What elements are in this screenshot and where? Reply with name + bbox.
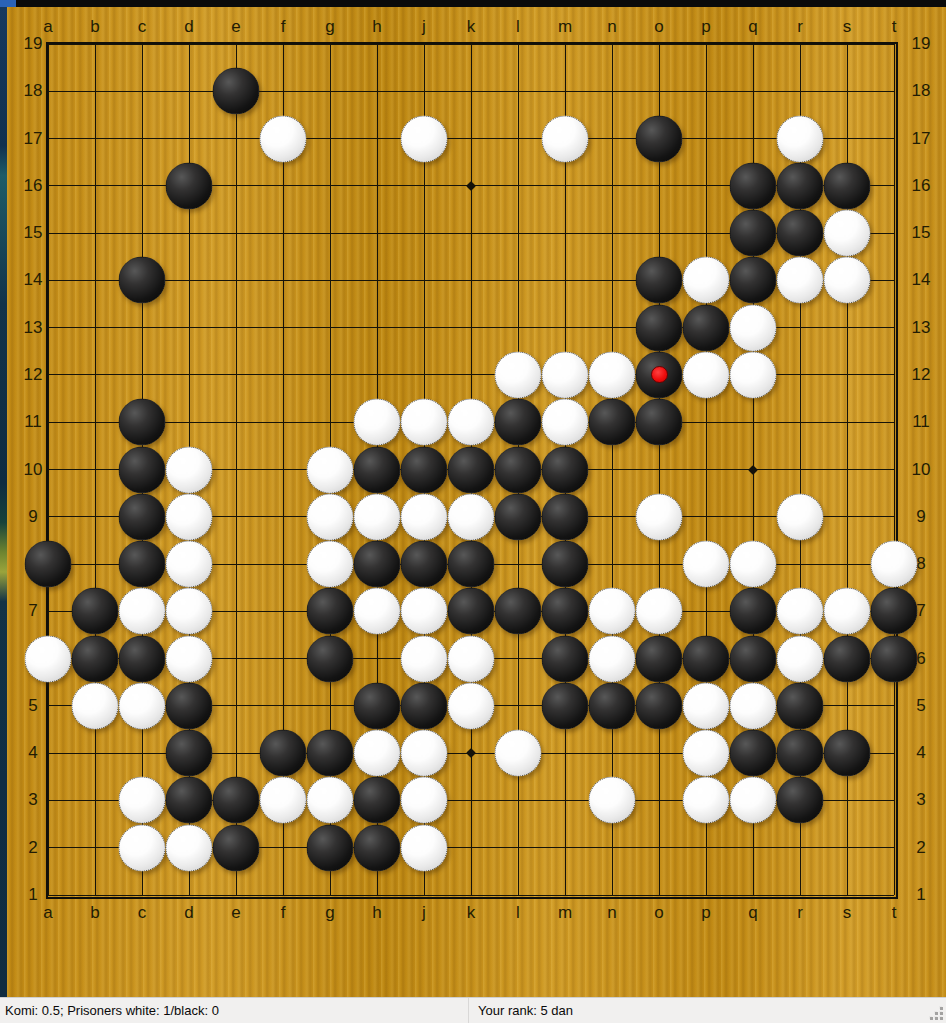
coord-label-left-1: 1 xyxy=(28,885,37,905)
coord-label-bottom-j: j xyxy=(422,903,426,923)
coord-label-top-l: l xyxy=(516,17,520,37)
white-stone-q12 xyxy=(730,351,777,398)
black-stone-l10 xyxy=(495,446,542,493)
coord-label-left-5: 5 xyxy=(28,696,37,716)
black-stone-m6 xyxy=(542,635,589,682)
coord-label-top-g: g xyxy=(325,17,334,37)
black-stone-s16 xyxy=(824,162,871,209)
coord-label-bottom-s: s xyxy=(843,903,852,923)
coord-label-top-h: h xyxy=(372,17,381,37)
white-stone-p12 xyxy=(683,351,730,398)
white-stone-g3 xyxy=(307,777,354,824)
goban[interactable]: aabbccddeeffgghhjjkkllmmnnooppqqrrsstt19… xyxy=(7,7,946,998)
black-stone-f4 xyxy=(260,730,307,777)
coord-label-bottom-h: h xyxy=(372,903,381,923)
black-stone-d5 xyxy=(166,682,213,729)
black-stone-c6 xyxy=(119,635,166,682)
coord-label-right-11: 11 xyxy=(912,412,930,432)
coord-label-left-13: 13 xyxy=(24,318,43,338)
background-window-left-strip xyxy=(0,7,7,998)
coord-label-bottom-r: r xyxy=(797,903,803,923)
background-window-top-strip xyxy=(0,0,946,7)
black-stone-l9 xyxy=(495,493,542,540)
coord-label-bottom-d: d xyxy=(184,903,193,923)
coord-label-right-16: 16 xyxy=(912,176,931,196)
black-stone-t6 xyxy=(871,635,918,682)
coord-label-top-k: k xyxy=(467,17,476,37)
white-stone-h4 xyxy=(354,730,401,777)
white-stone-p8 xyxy=(683,541,730,588)
black-stone-s4 xyxy=(824,730,871,777)
black-stone-n11 xyxy=(589,399,636,446)
black-stone-b6 xyxy=(72,635,119,682)
black-stone-t7 xyxy=(871,588,918,635)
white-stone-m11 xyxy=(542,399,589,446)
grip-dot xyxy=(930,1017,933,1020)
grip-dot xyxy=(940,1012,943,1015)
coord-label-bottom-g: g xyxy=(325,903,334,923)
white-stone-f3 xyxy=(260,777,307,824)
coord-label-right-18: 18 xyxy=(912,81,931,101)
white-stone-r17 xyxy=(777,115,824,162)
white-stone-j2 xyxy=(401,824,448,871)
white-stone-l4 xyxy=(495,730,542,777)
coord-label-top-j: j xyxy=(422,17,426,37)
status-komi-prisoners: Komi: 0.5; Prisoners white: 1/black: 0 xyxy=(0,1003,468,1018)
black-stone-c8 xyxy=(119,541,166,588)
black-stone-j5 xyxy=(401,682,448,729)
coord-label-right-8: 8 xyxy=(916,554,925,574)
white-stone-g8 xyxy=(307,541,354,588)
coord-label-left-19: 19 xyxy=(24,34,43,54)
white-stone-k6 xyxy=(448,635,495,682)
resize-grip-icon[interactable] xyxy=(930,1007,944,1021)
black-stone-s6 xyxy=(824,635,871,682)
grip-dot xyxy=(940,1007,943,1010)
white-stone-k11 xyxy=(448,399,495,446)
black-stone-d4 xyxy=(166,730,213,777)
coord-label-bottom-p: p xyxy=(701,903,710,923)
black-stone-q16 xyxy=(730,162,777,209)
coord-label-bottom-m: m xyxy=(558,903,572,923)
coord-label-left-15: 15 xyxy=(24,223,43,243)
coord-label-right-5: 5 xyxy=(916,696,925,716)
coord-label-right-17: 17 xyxy=(912,129,931,149)
black-stone-o12 xyxy=(636,351,683,398)
white-stone-h7 xyxy=(354,588,401,635)
white-stone-g9 xyxy=(307,493,354,540)
black-stone-g2 xyxy=(307,824,354,871)
white-stone-q8 xyxy=(730,541,777,588)
coord-label-top-q: q xyxy=(748,17,757,37)
black-stone-m10 xyxy=(542,446,589,493)
black-stone-d3 xyxy=(166,777,213,824)
status-bar: Komi: 0.5; Prisoners white: 1/black: 0 Y… xyxy=(0,997,946,1023)
app-window: aabbccddeeffgghhjjkkllmmnnooppqqrrsstt19… xyxy=(0,0,946,1023)
black-stone-e2 xyxy=(213,824,260,871)
white-stone-b5 xyxy=(72,682,119,729)
black-stone-o13 xyxy=(636,304,683,351)
black-stone-m9 xyxy=(542,493,589,540)
grip-dot xyxy=(940,1017,943,1020)
coord-label-top-d: d xyxy=(184,17,193,37)
black-stone-q7 xyxy=(730,588,777,635)
coord-label-bottom-o: o xyxy=(654,903,663,923)
white-stone-l12 xyxy=(495,351,542,398)
coord-label-left-4: 4 xyxy=(28,743,37,763)
coord-label-bottom-a: a xyxy=(43,903,52,923)
black-stone-j10 xyxy=(401,446,448,493)
coord-label-bottom-f: f xyxy=(281,903,286,923)
coord-label-bottom-b: b xyxy=(90,903,99,923)
black-stone-o14 xyxy=(636,257,683,304)
black-stone-m5 xyxy=(542,682,589,729)
black-stone-c9 xyxy=(119,493,166,540)
coord-label-bottom-l: l xyxy=(516,903,520,923)
coord-label-left-11: 11 xyxy=(24,412,42,432)
white-stone-j7 xyxy=(401,588,448,635)
coord-label-left-16: 16 xyxy=(24,176,43,196)
black-stone-m7 xyxy=(542,588,589,635)
black-stone-q15 xyxy=(730,210,777,257)
white-stone-s15 xyxy=(824,210,871,257)
black-stone-r16 xyxy=(777,162,824,209)
coord-label-top-t: t xyxy=(892,17,897,37)
white-stone-r14 xyxy=(777,257,824,304)
white-stone-n6 xyxy=(589,635,636,682)
black-stone-c10 xyxy=(119,446,166,493)
last-move-marker xyxy=(651,366,668,383)
black-stone-p6 xyxy=(683,635,730,682)
white-stone-a6 xyxy=(25,635,72,682)
white-stone-j6 xyxy=(401,635,448,682)
black-stone-o5 xyxy=(636,682,683,729)
white-stone-o7 xyxy=(636,588,683,635)
coord-label-left-12: 12 xyxy=(24,365,43,385)
white-stone-j3 xyxy=(401,777,448,824)
black-stone-r3 xyxy=(777,777,824,824)
coord-label-top-m: m xyxy=(558,17,572,37)
coord-label-left-3: 3 xyxy=(28,790,37,810)
black-stone-g6 xyxy=(307,635,354,682)
black-stone-q4 xyxy=(730,730,777,777)
white-stone-j17 xyxy=(401,115,448,162)
black-stone-e18 xyxy=(213,68,260,115)
coord-label-right-3: 3 xyxy=(916,790,925,810)
black-stone-r15 xyxy=(777,210,824,257)
coord-label-right-12: 12 xyxy=(912,365,931,385)
coord-label-top-a: a xyxy=(43,17,52,37)
black-stone-n5 xyxy=(589,682,636,729)
coord-label-bottom-t: t xyxy=(892,903,897,923)
white-stone-c3 xyxy=(119,777,166,824)
black-stone-a8 xyxy=(25,541,72,588)
white-stone-q3 xyxy=(730,777,777,824)
white-stone-p5 xyxy=(683,682,730,729)
background-window-corner xyxy=(0,0,16,7)
white-stone-k9 xyxy=(448,493,495,540)
coord-label-right-7: 7 xyxy=(916,601,925,621)
white-stone-c2 xyxy=(119,824,166,871)
white-stone-d6 xyxy=(166,635,213,682)
black-stone-d16 xyxy=(166,162,213,209)
white-stone-j11 xyxy=(401,399,448,446)
coord-label-top-p: p xyxy=(701,17,710,37)
black-stone-r4 xyxy=(777,730,824,777)
white-stone-p3 xyxy=(683,777,730,824)
black-stone-r5 xyxy=(777,682,824,729)
black-stone-l11 xyxy=(495,399,542,446)
coord-label-left-2: 2 xyxy=(28,838,37,858)
coord-label-left-10: 10 xyxy=(24,460,43,480)
coord-label-right-4: 4 xyxy=(916,743,925,763)
white-stone-n12 xyxy=(589,351,636,398)
coord-label-right-6: 6 xyxy=(916,649,925,669)
black-stone-h10 xyxy=(354,446,401,493)
black-stone-q14 xyxy=(730,257,777,304)
white-stone-d10 xyxy=(166,446,213,493)
black-stone-k7 xyxy=(448,588,495,635)
coord-label-right-13: 13 xyxy=(912,318,931,338)
white-stone-q13 xyxy=(730,304,777,351)
coord-label-bottom-n: n xyxy=(607,903,616,923)
coord-label-right-9: 9 xyxy=(916,507,925,527)
white-stone-s7 xyxy=(824,588,871,635)
black-stone-o11 xyxy=(636,399,683,446)
black-stone-o17 xyxy=(636,115,683,162)
black-stone-j8 xyxy=(401,541,448,588)
white-stone-r9 xyxy=(777,493,824,540)
white-stone-q5 xyxy=(730,682,777,729)
white-stone-j4 xyxy=(401,730,448,777)
coord-label-bottom-k: k xyxy=(467,903,476,923)
coord-label-left-7: 7 xyxy=(28,601,37,621)
coord-label-top-r: r xyxy=(797,17,803,37)
coord-label-top-o: o xyxy=(654,17,663,37)
coord-label-bottom-q: q xyxy=(748,903,757,923)
black-stone-p13 xyxy=(683,304,730,351)
black-stone-c14 xyxy=(119,257,166,304)
black-stone-m8 xyxy=(542,541,589,588)
black-stone-q6 xyxy=(730,635,777,682)
coord-label-bottom-c: c xyxy=(138,903,147,923)
white-stone-c5 xyxy=(119,682,166,729)
coord-label-top-b: b xyxy=(90,17,99,37)
black-stone-l7 xyxy=(495,588,542,635)
coord-label-right-2: 2 xyxy=(916,838,925,858)
coord-label-top-s: s xyxy=(843,17,852,37)
coord-label-left-17: 17 xyxy=(24,129,43,149)
black-stone-c11 xyxy=(119,399,166,446)
coord-label-left-14: 14 xyxy=(24,270,43,290)
coord-label-left-18: 18 xyxy=(24,81,43,101)
white-stone-d8 xyxy=(166,541,213,588)
white-stone-k5 xyxy=(448,682,495,729)
coord-label-top-f: f xyxy=(281,17,286,37)
coord-label-right-19: 19 xyxy=(912,34,931,54)
white-stone-r6 xyxy=(777,635,824,682)
white-stone-d2 xyxy=(166,824,213,871)
coord-label-left-9: 9 xyxy=(28,507,37,527)
white-stone-d9 xyxy=(166,493,213,540)
coord-label-bottom-e: e xyxy=(231,903,240,923)
status-rank: Your rank: 5 dan xyxy=(469,1003,946,1018)
coord-label-top-c: c xyxy=(138,17,147,37)
white-stone-d7 xyxy=(166,588,213,635)
white-stone-t8 xyxy=(871,541,918,588)
white-stone-m12 xyxy=(542,351,589,398)
black-stone-h5 xyxy=(354,682,401,729)
black-stone-h8 xyxy=(354,541,401,588)
white-stone-f17 xyxy=(260,115,307,162)
black-stone-o6 xyxy=(636,635,683,682)
black-stone-b7 xyxy=(72,588,119,635)
coord-label-right-15: 15 xyxy=(912,223,931,243)
coord-label-right-14: 14 xyxy=(912,270,931,290)
white-stone-g10 xyxy=(307,446,354,493)
white-stone-o9 xyxy=(636,493,683,540)
coord-label-right-10: 10 xyxy=(912,460,931,480)
black-stone-h3 xyxy=(354,777,401,824)
black-stone-g7 xyxy=(307,588,354,635)
grip-dot xyxy=(935,1017,938,1020)
white-stone-s14 xyxy=(824,257,871,304)
white-stone-m17 xyxy=(542,115,589,162)
coord-label-top-n: n xyxy=(607,17,616,37)
grip-dot xyxy=(935,1012,938,1015)
black-stone-h2 xyxy=(354,824,401,871)
black-stone-e3 xyxy=(213,777,260,824)
black-stone-k8 xyxy=(448,541,495,588)
white-stone-h11 xyxy=(354,399,401,446)
white-stone-r7 xyxy=(777,588,824,635)
white-stone-n3 xyxy=(589,777,636,824)
coord-label-right-1: 1 xyxy=(916,885,925,905)
white-stone-p4 xyxy=(683,730,730,777)
white-stone-h9 xyxy=(354,493,401,540)
white-stone-n7 xyxy=(589,588,636,635)
coord-label-top-e: e xyxy=(231,17,240,37)
white-stone-j9 xyxy=(401,493,448,540)
black-stone-g4 xyxy=(307,730,354,777)
white-stone-p14 xyxy=(683,257,730,304)
white-stone-c7 xyxy=(119,588,166,635)
black-stone-k10 xyxy=(448,446,495,493)
